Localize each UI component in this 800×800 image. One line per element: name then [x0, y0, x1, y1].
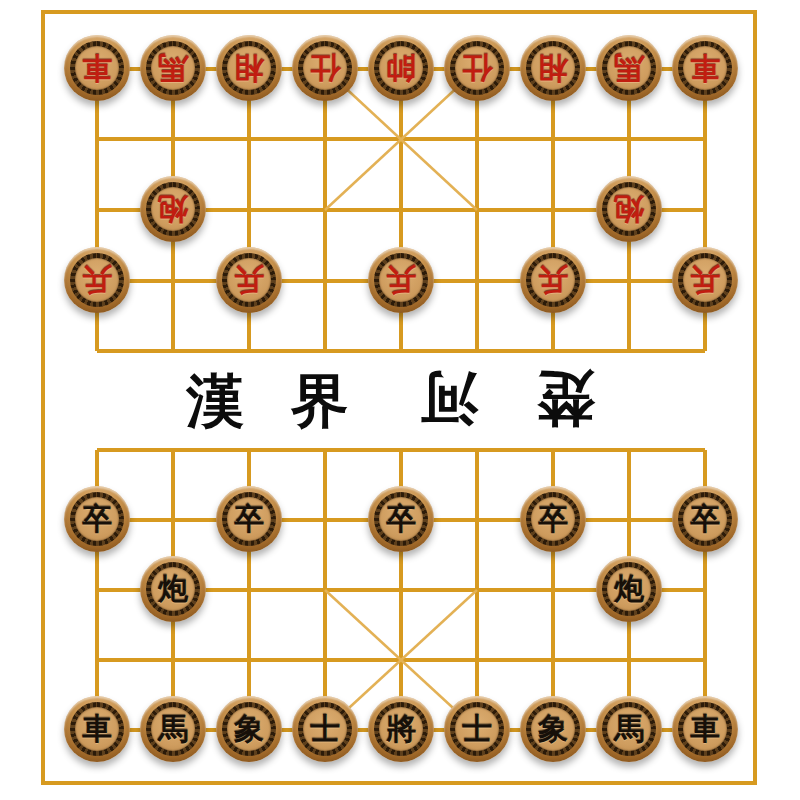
piece-character: 馬	[596, 696, 662, 762]
piece-character: 卒	[672, 486, 738, 552]
piece-red-horse[interactable]: 馬	[140, 35, 206, 101]
piece-black-soldier[interactable]: 卒	[216, 486, 282, 552]
piece-character: 車	[672, 696, 738, 762]
xiangqi-board: 漢 界 河 楚 車馬相仕帥仕相馬車炮炮兵兵兵兵兵卒卒卒卒卒炮炮車馬象士將士象馬車	[0, 0, 800, 800]
piece-black-cannon[interactable]: 炮	[596, 556, 662, 622]
piece-character: 卒	[64, 486, 130, 552]
piece-character: 炮	[140, 556, 206, 622]
piece-red-advisor[interactable]: 仕	[444, 35, 510, 101]
piece-black-general[interactable]: 將	[368, 696, 434, 762]
piece-character: 卒	[520, 486, 586, 552]
piece-black-advisor[interactable]: 士	[292, 696, 358, 762]
piece-character: 卒	[368, 486, 434, 552]
piece-black-soldier[interactable]: 卒	[520, 486, 586, 552]
piece-red-horse[interactable]: 馬	[596, 35, 662, 101]
piece-red-soldier[interactable]: 兵	[368, 247, 434, 313]
piece-character: 炮	[596, 176, 662, 242]
piece-character: 相	[216, 35, 282, 101]
piece-character: 象	[520, 696, 586, 762]
piece-black-cannon[interactable]: 炮	[140, 556, 206, 622]
piece-character: 象	[216, 696, 282, 762]
river-char-han: 漢	[186, 372, 244, 430]
piece-red-chariot[interactable]: 車	[64, 35, 130, 101]
piece-character: 士	[292, 696, 358, 762]
piece-character: 兵	[672, 247, 738, 313]
piece-black-horse[interactable]: 馬	[140, 696, 206, 762]
piece-character: 將	[368, 696, 434, 762]
piece-character: 馬	[596, 35, 662, 101]
piece-character: 馬	[140, 35, 206, 101]
piece-character: 帥	[368, 35, 434, 101]
piece-character: 兵	[520, 247, 586, 313]
piece-red-advisor[interactable]: 仕	[292, 35, 358, 101]
piece-red-elephant[interactable]: 相	[520, 35, 586, 101]
piece-character: 兵	[216, 247, 282, 313]
piece-character: 兵	[64, 247, 130, 313]
piece-black-elephant[interactable]: 象	[520, 696, 586, 762]
piece-black-chariot[interactable]: 車	[672, 696, 738, 762]
piece-character: 車	[64, 696, 130, 762]
piece-red-soldier[interactable]: 兵	[216, 247, 282, 313]
piece-red-soldier[interactable]: 兵	[64, 247, 130, 313]
piece-black-soldier[interactable]: 卒	[672, 486, 738, 552]
piece-character: 炮	[596, 556, 662, 622]
piece-black-chariot[interactable]: 車	[64, 696, 130, 762]
piece-red-soldier[interactable]: 兵	[520, 247, 586, 313]
river-char-jie: 界	[291, 372, 349, 430]
piece-character: 相	[520, 35, 586, 101]
piece-character: 士	[444, 696, 510, 762]
piece-character: 卒	[216, 486, 282, 552]
piece-black-soldier[interactable]: 卒	[64, 486, 130, 552]
piece-red-cannon[interactable]: 炮	[140, 176, 206, 242]
piece-red-elephant[interactable]: 相	[216, 35, 282, 101]
piece-character: 車	[672, 35, 738, 101]
piece-black-elephant[interactable]: 象	[216, 696, 282, 762]
river-char-chu: 楚	[537, 370, 595, 428]
piece-black-advisor[interactable]: 士	[444, 696, 510, 762]
piece-red-general[interactable]: 帥	[368, 35, 434, 101]
piece-character: 仕	[444, 35, 510, 101]
piece-black-soldier[interactable]: 卒	[368, 486, 434, 552]
piece-character: 車	[64, 35, 130, 101]
piece-black-horse[interactable]: 馬	[596, 696, 662, 762]
piece-character: 炮	[140, 176, 206, 242]
piece-red-chariot[interactable]: 車	[672, 35, 738, 101]
board-grid	[0, 0, 800, 800]
piece-character: 兵	[368, 247, 434, 313]
piece-character: 仕	[292, 35, 358, 101]
river-char-he: 河	[420, 370, 478, 428]
piece-red-cannon[interactable]: 炮	[596, 176, 662, 242]
piece-character: 馬	[140, 696, 206, 762]
piece-red-soldier[interactable]: 兵	[672, 247, 738, 313]
